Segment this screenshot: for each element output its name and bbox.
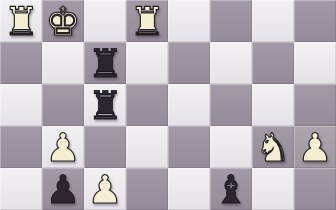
square-a8[interactable]: ♜ — [0, 0, 42, 42]
square-d6[interactable] — [126, 84, 168, 126]
square-h8[interactable] — [294, 0, 336, 42]
square-e4[interactable] — [168, 168, 210, 210]
square-f7[interactable] — [210, 42, 252, 84]
square-c4[interactable]: ♟ — [84, 168, 126, 210]
square-h6[interactable] — [294, 84, 336, 126]
chess-board: ♜♚♜♜♜♟♞♟♟♟♝ — [0, 0, 336, 210]
square-b4[interactable]: ♟ — [42, 168, 84, 210]
black-rook[interactable]: ♜ — [88, 43, 123, 85]
white-knight[interactable]: ♞ — [256, 127, 291, 169]
square-d8[interactable]: ♜ — [126, 0, 168, 42]
square-d7[interactable] — [126, 42, 168, 84]
square-h4[interactable] — [294, 168, 336, 210]
square-f8[interactable] — [210, 0, 252, 42]
white-king[interactable]: ♚ — [46, 1, 81, 43]
square-c6[interactable]: ♜ — [84, 84, 126, 126]
square-a5[interactable] — [0, 126, 42, 168]
black-bishop[interactable]: ♝ — [214, 169, 249, 210]
square-a7[interactable] — [0, 42, 42, 84]
square-c8[interactable] — [84, 0, 126, 42]
square-e8[interactable] — [168, 0, 210, 42]
square-d5[interactable] — [126, 126, 168, 168]
square-b7[interactable] — [42, 42, 84, 84]
white-rook[interactable]: ♜ — [4, 1, 39, 43]
square-b8[interactable]: ♚ — [42, 0, 84, 42]
square-f4[interactable]: ♝ — [210, 168, 252, 210]
square-d4[interactable] — [126, 168, 168, 210]
square-g4[interactable] — [252, 168, 294, 210]
chess-board-window: ♜♚♜♜♜♟♞♟♟♟♝ — [0, 0, 336, 210]
square-g5[interactable]: ♞ — [252, 126, 294, 168]
square-g8[interactable] — [252, 0, 294, 42]
square-c7[interactable]: ♜ — [84, 42, 126, 84]
square-e5[interactable] — [168, 126, 210, 168]
square-h7[interactable] — [294, 42, 336, 84]
square-h5[interactable]: ♟ — [294, 126, 336, 168]
square-b6[interactable] — [42, 84, 84, 126]
square-g7[interactable] — [252, 42, 294, 84]
square-e6[interactable] — [168, 84, 210, 126]
white-pawn[interactable]: ♟ — [298, 127, 333, 169]
square-f5[interactable] — [210, 126, 252, 168]
white-pawn[interactable]: ♟ — [46, 127, 81, 169]
white-rook[interactable]: ♜ — [130, 1, 165, 43]
square-c5[interactable] — [84, 126, 126, 168]
square-a4[interactable] — [0, 168, 42, 210]
square-g6[interactable] — [252, 84, 294, 126]
square-f6[interactable] — [210, 84, 252, 126]
black-pawn[interactable]: ♟ — [46, 169, 81, 210]
white-pawn[interactable]: ♟ — [88, 169, 123, 210]
square-b5[interactable]: ♟ — [42, 126, 84, 168]
square-e7[interactable] — [168, 42, 210, 84]
black-rook[interactable]: ♜ — [88, 85, 123, 127]
square-a6[interactable] — [0, 84, 42, 126]
